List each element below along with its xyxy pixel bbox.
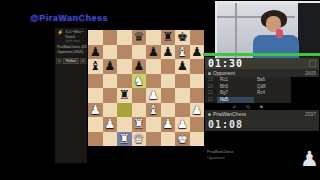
square-b4[interactable]	[103, 88, 118, 103]
square-a2[interactable]	[88, 117, 103, 132]
square-f3[interactable]	[161, 103, 176, 118]
white-player-link[interactable]: PiraWanChess (2597)	[55, 45, 87, 50]
game-time-line: right now	[65, 39, 86, 44]
piece-white-pawn: ♟	[177, 117, 188, 132]
piece-white-rook: ♜	[133, 117, 144, 132]
square-f4[interactable]	[161, 88, 176, 103]
game-info-box: ⚡ 3+0 • Blitz • Rated right now	[55, 28, 87, 45]
square-c1[interactable]: ♜	[117, 132, 132, 147]
black-player-bar[interactable]: Opponent 2605	[205, 69, 319, 77]
square-c5[interactable]	[117, 74, 132, 89]
square-e6[interactable]	[146, 59, 161, 74]
piece-black-pawn: ♟	[191, 45, 202, 60]
resign-icon[interactable]: ⚑	[259, 104, 263, 110]
square-b5[interactable]	[103, 74, 118, 89]
piece-black-rook: ♜	[162, 30, 173, 45]
square-d2[interactable]: ♜	[132, 117, 147, 132]
square-g5[interactable]	[175, 74, 190, 89]
square-g6[interactable]: ♟	[175, 59, 190, 74]
square-g2[interactable]: ♟	[175, 117, 190, 132]
square-d6[interactable]: ♟	[132, 59, 147, 74]
stream-frame: @PiraWanChess ⚡ 3+0 • Blitz • Rated righ…	[0, 0, 320, 180]
piece-black-pawn: ♟	[104, 59, 115, 74]
square-b1[interactable]	[103, 132, 118, 147]
piece-black-bishop: ♝	[90, 59, 101, 74]
square-a1[interactable]	[88, 132, 103, 147]
black-player-name: Opponent	[213, 70, 235, 76]
square-f1[interactable]	[161, 132, 176, 147]
square-f2[interactable]: ♟	[161, 117, 176, 132]
square-b6[interactable]: ♟	[103, 59, 118, 74]
game-info-panel: ⚡ 3+0 • Blitz • Rated right now PiraWanC…	[55, 28, 87, 163]
square-h1[interactable]	[190, 132, 205, 147]
square-e4[interactable]: ♟	[146, 88, 161, 103]
settings-button[interactable]: ⚙	[56, 58, 62, 64]
draw-icon[interactable]: ½	[246, 104, 250, 110]
microphone	[276, 29, 283, 38]
square-a6[interactable]: ♝	[88, 59, 103, 74]
piece-white-bishop: ♝	[177, 45, 188, 60]
square-b8[interactable]	[103, 30, 118, 45]
move-list: 19.Rc1Ba620.Bh6Qd821.Bg7Rc422.Nd5	[205, 77, 291, 103]
black-player-rating: 2605	[305, 70, 316, 76]
stream-handle: @PiraWanChess	[30, 13, 108, 23]
square-d1[interactable]: ♛	[132, 132, 147, 147]
takeback-icon[interactable]: ↶	[233, 104, 237, 110]
share-button[interactable]: ✉	[80, 58, 86, 64]
square-c3[interactable]	[117, 103, 132, 118]
square-c4[interactable]: ♜	[117, 88, 132, 103]
piece-white-king: ♚	[177, 132, 188, 147]
white-clock-time: 01:08	[208, 119, 243, 130]
piece-black-pawn: ♟	[162, 45, 173, 60]
square-f8[interactable]: ♜	[161, 30, 176, 45]
clock-settings-icon[interactable]	[309, 60, 316, 67]
square-c2[interactable]	[117, 117, 132, 132]
square-d5[interactable]: ♞	[132, 74, 147, 89]
piece-white-knight: ♞	[133, 74, 144, 89]
square-g4[interactable]	[175, 88, 190, 103]
piece-white-bishop: ♝	[148, 103, 159, 118]
square-g3[interactable]	[175, 103, 190, 118]
move-cell[interactable]: Nd5	[217, 97, 254, 104]
piece-black-pawn: ♟	[133, 59, 144, 74]
square-f5[interactable]	[161, 74, 176, 89]
square-d3[interactable]	[132, 103, 147, 118]
webcam-green-border	[203, 53, 320, 56]
piece-white-pawn: ♟	[90, 103, 101, 118]
square-d7[interactable]	[132, 45, 147, 60]
black-clock-time: 01:30	[208, 58, 243, 69]
piece-black-king: ♚	[177, 30, 188, 45]
online-dot-icon	[208, 113, 211, 116]
square-g8[interactable]: ♚	[175, 30, 190, 45]
chess-board[interactable]: ♛♜♚♟♟♟♝♟♝♟♟♟♞♜♟♟♝♟♟♜♟♟♜♛♚	[88, 30, 204, 146]
black-clock: 01:30	[205, 57, 319, 69]
footer-opponent-line: Opponent	[207, 155, 225, 160]
square-f7[interactable]: ♟	[161, 45, 176, 60]
square-g1[interactable]: ♚	[175, 132, 190, 147]
square-e8[interactable]	[146, 30, 161, 45]
white-player-rating: 2597	[305, 111, 316, 117]
square-a7[interactable]: ♟	[88, 45, 103, 60]
square-c6[interactable]	[117, 59, 132, 74]
square-h5[interactable]	[190, 74, 205, 89]
game-type-icon: ⚡	[57, 30, 63, 44]
webcam-overlay	[215, 1, 320, 58]
square-e5[interactable]	[146, 74, 161, 89]
square-e2[interactable]	[146, 117, 161, 132]
piece-black-pawn: ♟	[177, 59, 188, 74]
square-h4[interactable]	[190, 88, 205, 103]
square-e3[interactable]: ♝	[146, 103, 161, 118]
square-g7[interactable]: ♝	[175, 45, 190, 60]
white-clock: 01:08	[205, 118, 319, 131]
square-a4[interactable]	[88, 88, 103, 103]
move-number: 22.	[205, 97, 217, 104]
square-c7[interactable]	[117, 45, 132, 60]
white-pawn-icon: ♟	[300, 147, 319, 171]
square-h6[interactable]	[190, 59, 205, 74]
piece-white-pawn: ♟	[148, 88, 159, 103]
game-info-line: 3+0 • Blitz • Rated	[65, 30, 86, 39]
square-e7[interactable]: ♟	[146, 45, 161, 60]
black-player-link[interactable]: Opponent (2605)	[55, 50, 87, 55]
white-player-name: PiraWanChess	[213, 111, 246, 117]
square-c8[interactable]	[117, 30, 132, 45]
square-h2[interactable]	[190, 117, 205, 132]
piece-white-rook: ♜	[119, 132, 130, 147]
piece-white-queen: ♛	[133, 132, 144, 147]
piece-black-pawn: ♟	[148, 45, 159, 60]
square-d8[interactable]: ♛	[132, 30, 147, 45]
square-a5[interactable]	[88, 74, 103, 89]
piece-white-pawn: ♟	[104, 117, 115, 132]
square-b2[interactable]: ♟	[103, 117, 118, 132]
square-b3[interactable]	[103, 103, 118, 118]
square-e1[interactable]	[146, 132, 161, 147]
footer-player-line: PiraWanChess	[207, 149, 234, 154]
piece-black-queen: ♛	[133, 30, 144, 45]
webcam-dark-area	[298, 3, 320, 58]
piece-black-rook: ♜	[119, 88, 130, 103]
move-cell[interactable]	[254, 97, 291, 104]
white-player-bar[interactable]: PiraWanChess 2597	[205, 110, 319, 118]
window-frame	[235, 3, 237, 58]
square-a8[interactable]	[88, 30, 103, 45]
square-h8[interactable]	[190, 30, 205, 45]
piece-black-pawn: ♟	[90, 45, 101, 60]
square-b7[interactable]	[103, 45, 118, 60]
square-d4[interactable]	[132, 88, 147, 103]
online-dot-icon	[208, 72, 211, 75]
square-f6[interactable]	[161, 59, 176, 74]
follow-button[interactable]: Follow	[63, 58, 79, 64]
square-a3[interactable]: ♟	[88, 103, 103, 118]
game-side-panel: 01:30 Opponent 2605 19.Rc1Ba620.Bh6Qd821…	[205, 57, 319, 131]
square-h3[interactable]: ♟	[190, 103, 205, 118]
piece-white-pawn: ♟	[191, 103, 202, 118]
square-h7[interactable]: ♟	[190, 45, 205, 60]
piece-white-pawn: ♟	[162, 117, 173, 132]
